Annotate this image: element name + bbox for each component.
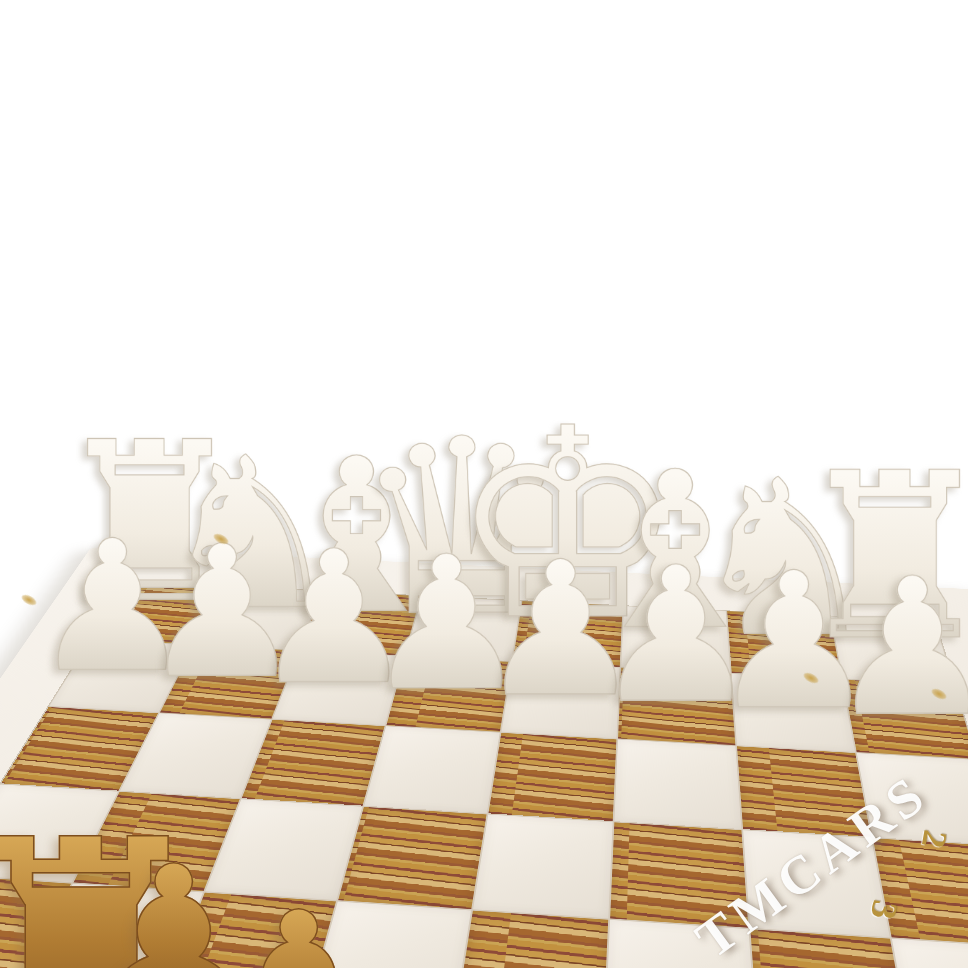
brown-pawn: ♟	[193, 888, 405, 968]
white-pawn: ♟	[828, 558, 968, 738]
light-square	[892, 939, 968, 968]
studio-background: ♜♞♝♛♚♝♞♜♟♟♟♟♟♟♟♟ ♜♟♟ 23 TMCARS	[0, 0, 968, 968]
dark-square	[488, 733, 616, 821]
dark-square: ♟	[843, 680, 968, 759]
light-square	[473, 814, 613, 918]
dark-square	[455, 911, 609, 968]
light-square	[615, 739, 741, 829]
light-square	[364, 726, 500, 813]
